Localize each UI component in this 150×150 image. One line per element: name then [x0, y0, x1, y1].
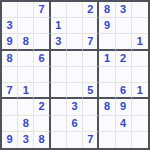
cell-r9c9[interactable] — [132, 132, 148, 148]
cell-r5c9[interactable] — [132, 67, 148, 83]
cell-r6c5[interactable] — [67, 83, 83, 99]
cell-r2c1[interactable]: 3 — [2, 18, 18, 34]
cell-r8c2[interactable]: 8 — [18, 116, 34, 132]
cell-r6c7[interactable] — [99, 83, 115, 99]
cell-r4c4[interactable] — [51, 51, 67, 67]
cell-r6c9[interactable]: 1 — [132, 83, 148, 99]
cell-r7c4[interactable] — [51, 99, 67, 115]
cell-r8c4[interactable] — [51, 116, 67, 132]
cell-r5c2[interactable] — [18, 67, 34, 83]
cell-r1c2[interactable] — [18, 2, 34, 18]
cell-r3c9[interactable]: 1 — [132, 34, 148, 50]
cell-r4c3[interactable]: 6 — [34, 51, 50, 67]
cell-r9c7[interactable] — [99, 132, 115, 148]
cell-r8c6[interactable] — [83, 116, 99, 132]
cell-r9c2[interactable]: 3 — [18, 132, 34, 148]
cell-r2c8[interactable] — [116, 18, 132, 34]
cell-r3c3[interactable] — [34, 34, 50, 50]
cell-r8c8[interactable]: 4 — [116, 116, 132, 132]
cell-r7c9[interactable] — [132, 99, 148, 115]
cell-r3c1[interactable]: 9 — [2, 34, 18, 50]
cell-r3c5[interactable] — [67, 34, 83, 50]
cell-r3c4[interactable]: 3 — [51, 34, 67, 50]
cell-r4c9[interactable] — [132, 51, 148, 67]
cell-r2c6[interactable] — [83, 18, 99, 34]
cell-r7c1[interactable] — [2, 99, 18, 115]
cell-r6c2[interactable]: 1 — [18, 83, 34, 99]
cell-r1c7[interactable]: 8 — [99, 2, 115, 18]
cell-r7c6[interactable] — [83, 99, 99, 115]
cell-r8c9[interactable] — [132, 116, 148, 132]
cell-r9c6[interactable]: 7 — [83, 132, 99, 148]
cell-r6c1[interactable]: 7 — [2, 83, 18, 99]
cell-r4c1[interactable]: 8 — [2, 51, 18, 67]
cell-r7c8[interactable]: 9 — [116, 99, 132, 115]
cell-r2c7[interactable]: 9 — [99, 18, 115, 34]
cell-r3c8[interactable] — [116, 34, 132, 50]
cell-r4c8[interactable]: 2 — [116, 51, 132, 67]
cell-r1c5[interactable] — [67, 2, 83, 18]
cell-r5c4[interactable] — [51, 67, 67, 83]
cell-r2c4[interactable]: 1 — [51, 18, 67, 34]
sudoku-board: 72833199837186127156123898649387 — [0, 0, 150, 150]
cell-r9c3[interactable]: 8 — [34, 132, 50, 148]
cell-r2c5[interactable] — [67, 18, 83, 34]
cell-r4c2[interactable] — [18, 51, 34, 67]
cell-r6c6[interactable]: 5 — [83, 83, 99, 99]
cell-r1c1[interactable] — [2, 2, 18, 18]
cell-r1c6[interactable]: 2 — [83, 2, 99, 18]
cell-r8c1[interactable] — [2, 116, 18, 132]
cell-r7c7[interactable]: 8 — [99, 99, 115, 115]
cell-r7c3[interactable]: 2 — [34, 99, 50, 115]
cell-r2c9[interactable] — [132, 18, 148, 34]
cell-r4c5[interactable] — [67, 51, 83, 67]
cell-r9c4[interactable] — [51, 132, 67, 148]
cell-r5c1[interactable] — [2, 67, 18, 83]
cell-r4c7[interactable]: 1 — [99, 51, 115, 67]
cell-r7c2[interactable] — [18, 99, 34, 115]
cell-r2c2[interactable] — [18, 18, 34, 34]
cell-r3c6[interactable]: 7 — [83, 34, 99, 50]
cell-r8c7[interactable] — [99, 116, 115, 132]
cell-r8c3[interactable] — [34, 116, 50, 132]
cell-r5c7[interactable] — [99, 67, 115, 83]
cell-r7c5[interactable]: 3 — [67, 99, 83, 115]
cell-r5c3[interactable] — [34, 67, 50, 83]
cell-r1c8[interactable]: 3 — [116, 2, 132, 18]
cell-r9c5[interactable] — [67, 132, 83, 148]
cell-r8c5[interactable]: 6 — [67, 116, 83, 132]
cell-r2c3[interactable] — [34, 18, 50, 34]
cell-r1c4[interactable] — [51, 2, 67, 18]
cell-r1c9[interactable] — [132, 2, 148, 18]
cell-r4c6[interactable] — [83, 51, 99, 67]
cell-r6c3[interactable] — [34, 83, 50, 99]
cell-r6c8[interactable]: 6 — [116, 83, 132, 99]
cell-r6c4[interactable] — [51, 83, 67, 99]
cell-r9c1[interactable]: 9 — [2, 132, 18, 148]
cell-r3c2[interactable]: 8 — [18, 34, 34, 50]
cell-r9c8[interactable] — [116, 132, 132, 148]
cell-r1c3[interactable]: 7 — [34, 2, 50, 18]
cell-r5c5[interactable] — [67, 67, 83, 83]
cell-r5c6[interactable] — [83, 67, 99, 83]
cell-r5c8[interactable] — [116, 67, 132, 83]
cell-r3c7[interactable] — [99, 34, 115, 50]
